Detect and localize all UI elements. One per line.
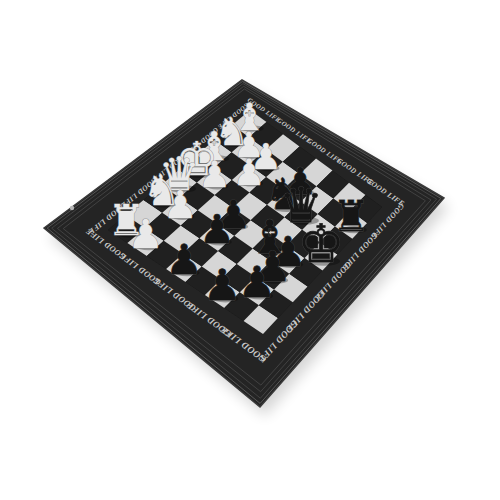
- piece-white-pawn: ♟: [198, 153, 231, 196]
- piece-black-pawn: ♟: [165, 235, 202, 284]
- piece-black-pawn: ♟: [238, 257, 276, 307]
- piece-white-pawn: ♟: [163, 182, 197, 227]
- piece-white-pawn: ♟: [128, 211, 164, 257]
- board-stage: GOOD LIFEGOOD LIFEGOOD LIFEGOOD LIFEGOOD…: [0, 0, 500, 500]
- board-photo-svg: GOOD LIFEGOOD LIFEGOOD LIFEGOOD LIFEGOOD…: [0, 0, 500, 500]
- piece-black-pawn: ♟: [199, 206, 235, 252]
- frame-clasp: [70, 206, 74, 210]
- piece-white-pawn: ♟: [233, 151, 266, 194]
- piece-black-pawn: ♟: [203, 260, 242, 310]
- chess-set-photo: GOOD LIFEGOOD LIFEGOOD LIFEGOOD LIFEGOOD…: [0, 0, 500, 500]
